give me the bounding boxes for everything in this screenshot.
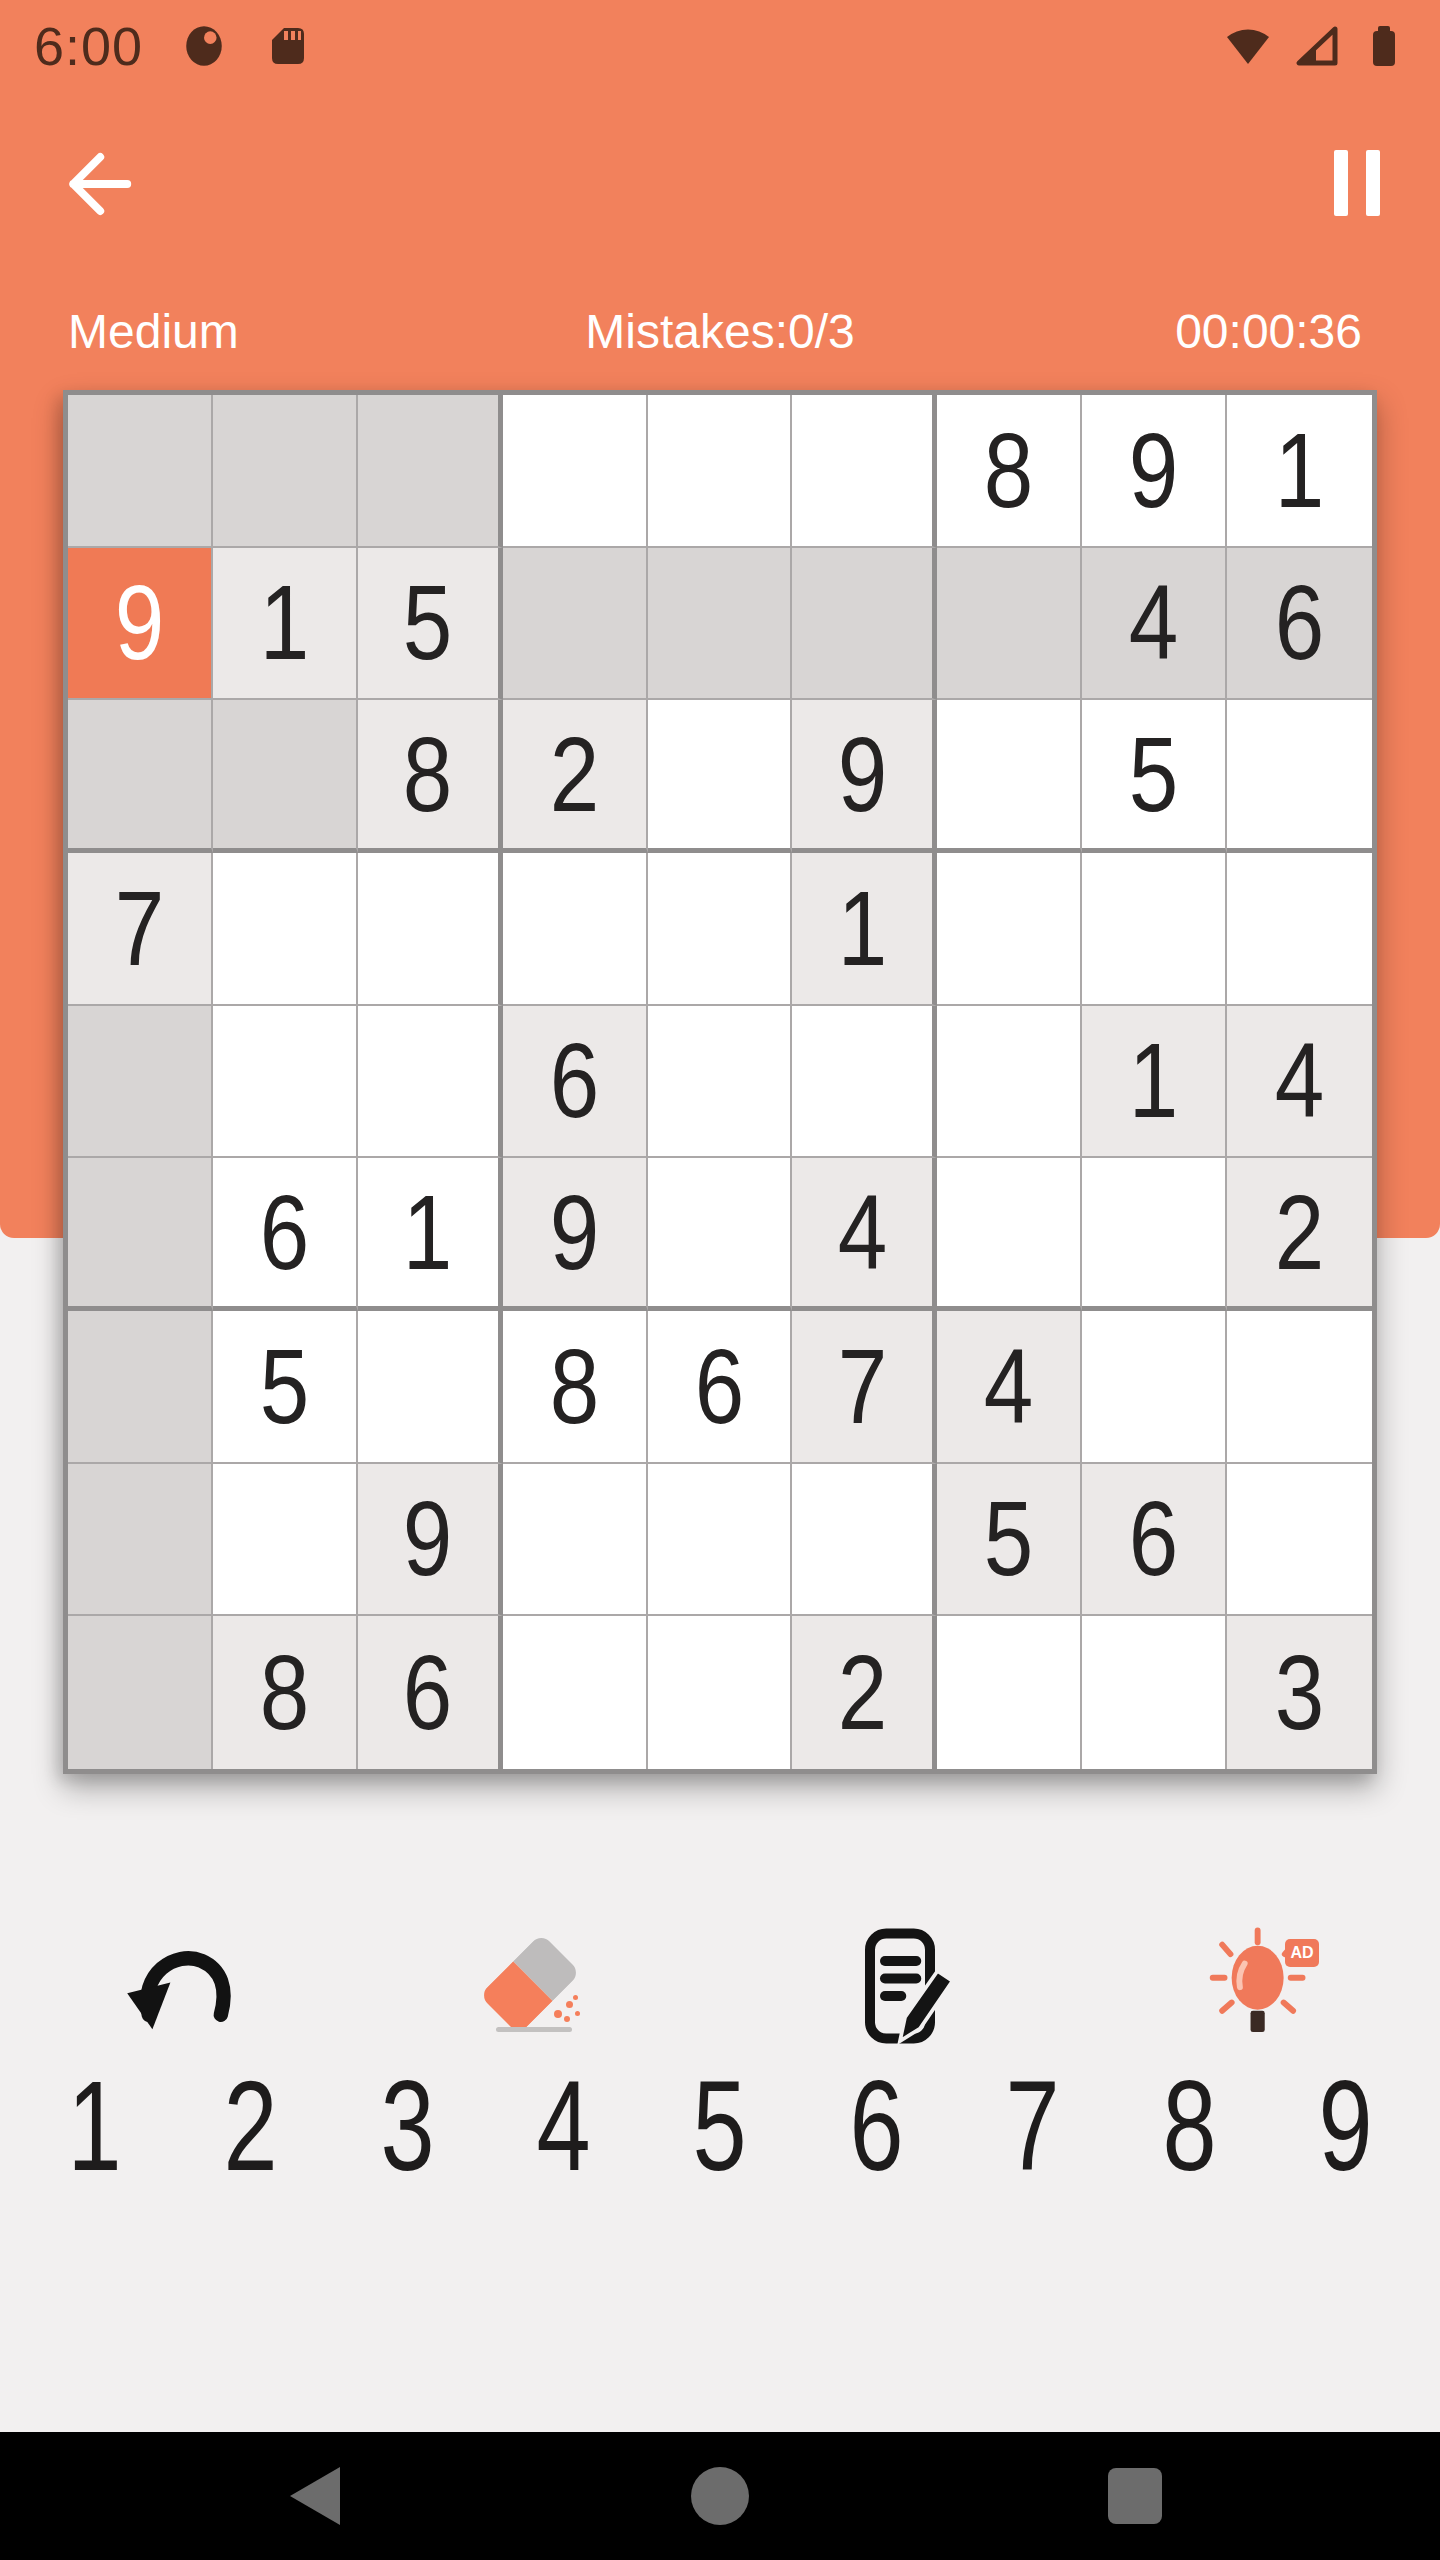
cell-r1c1[interactable] (68, 395, 213, 548)
cell-r3c2[interactable] (213, 700, 358, 853)
cell-r4c1[interactable]: 7 (68, 853, 213, 1006)
undo-icon (120, 1926, 240, 2046)
cell-r8c1[interactable] (68, 1464, 213, 1617)
cell-r3c9[interactable] (1227, 700, 1372, 853)
info-bar: Medium Mistakes:0/3 00:00:36 (0, 298, 1440, 362)
cell-r5c1[interactable] (68, 1006, 213, 1159)
wifi-icon (1224, 24, 1272, 68)
toolbar: AD (0, 1916, 1440, 2056)
cell-r1c7[interactable]: 8 (937, 395, 1082, 548)
cell-r9c4[interactable] (503, 1616, 648, 1769)
cell-r7c4[interactable]: 8 (503, 1311, 648, 1464)
cell-r2c3[interactable]: 5 (358, 548, 503, 701)
pause-button[interactable] (1334, 150, 1380, 216)
nav-home-icon[interactable] (691, 2467, 749, 2525)
sudoku-app-screen: 6:00 (0, 0, 1440, 2560)
eraser-icon (480, 1926, 600, 2046)
cell-r9c5[interactable] (648, 1616, 793, 1769)
cell-r6c4[interactable]: 9 (503, 1158, 648, 1311)
android-nav-bar (0, 2432, 1440, 2560)
cell-r4c9[interactable] (1227, 853, 1372, 1006)
cell-r2c5[interactable] (648, 548, 793, 701)
cell-r2c2[interactable]: 1 (213, 548, 358, 701)
notes-icon (840, 1926, 960, 2046)
cell-r6c3[interactable]: 1 (358, 1158, 503, 1311)
cell-r7c2[interactable]: 5 (213, 1311, 358, 1464)
cell-r1c5[interactable] (648, 395, 793, 548)
notification-circle-icon (181, 23, 227, 69)
cell-r2c6[interactable] (792, 548, 937, 701)
cell-r4c5[interactable] (648, 853, 793, 1006)
cell-r4c2[interactable] (213, 853, 358, 1006)
cell-r3c3[interactable]: 8 (358, 700, 503, 853)
cell-r7c5[interactable]: 6 (648, 1311, 793, 1464)
cell-r2c8[interactable]: 4 (1082, 548, 1227, 701)
cell-r6c2[interactable]: 6 (213, 1158, 358, 1311)
nav-recents-icon[interactable] (1108, 2468, 1162, 2524)
cell-r7c7[interactable]: 4 (937, 1311, 1082, 1464)
cell-r2c7[interactable] (937, 548, 1082, 701)
cell-r7c3[interactable] (358, 1311, 503, 1464)
numpad: 123456789 (0, 2040, 1440, 2210)
cell-r4c6[interactable]: 1 (792, 853, 937, 1006)
numpad-4[interactable]: 4 (485, 2040, 641, 2210)
cell-r3c4[interactable]: 2 (503, 700, 648, 853)
cell-r3c7[interactable] (937, 700, 1082, 853)
cell-r7c6[interactable]: 7 (792, 1311, 937, 1464)
cell-r9c9[interactable]: 3 (1227, 1616, 1372, 1769)
cell-r8c3[interactable]: 9 (358, 1464, 503, 1617)
cell-r3c5[interactable] (648, 700, 793, 853)
cell-r5c7[interactable] (937, 1006, 1082, 1159)
numpad-8[interactable]: 8 (1111, 2040, 1267, 2210)
cell-r2c9[interactable]: 6 (1227, 548, 1372, 701)
sd-card-icon (265, 23, 311, 69)
status-right-icons (1224, 22, 1406, 70)
cell-r5c3[interactable] (358, 1006, 503, 1159)
cell-r7c8[interactable] (1082, 1311, 1227, 1464)
status-bar: 6:00 (0, 0, 1440, 92)
back-arrow-icon[interactable] (62, 148, 134, 220)
numpad-9[interactable]: 9 (1268, 2040, 1424, 2210)
cell-r7c9[interactable] (1227, 1311, 1372, 1464)
cell-r6c7[interactable] (937, 1158, 1082, 1311)
cell-r5c5[interactable] (648, 1006, 793, 1159)
cell-r8c4[interactable] (503, 1464, 648, 1617)
hint-ad-badge: AD (1285, 1939, 1319, 1967)
cell-r6c8[interactable] (1082, 1158, 1227, 1311)
status-time: 6:00 (34, 15, 143, 77)
cell-r5c6[interactable] (792, 1006, 937, 1159)
cell-r6c5[interactable] (648, 1158, 793, 1311)
cell-r2c4[interactable] (503, 548, 648, 701)
cell-r4c7[interactable] (937, 853, 1082, 1006)
cell-r9c8[interactable] (1082, 1616, 1227, 1769)
cell-r1c2[interactable] (213, 395, 358, 548)
cell-r3c6[interactable]: 9 (792, 700, 937, 853)
cell-r4c4[interactable] (503, 853, 648, 1006)
cell-r1c6[interactable] (792, 395, 937, 548)
erase-button[interactable] (360, 1916, 720, 2056)
cell-r5c2[interactable] (213, 1006, 358, 1159)
cell-r8c5[interactable] (648, 1464, 793, 1617)
hint-button[interactable]: AD (1080, 1916, 1440, 2056)
numpad-3[interactable]: 3 (329, 2040, 485, 2210)
cell-signal-icon (1294, 24, 1340, 68)
cell-r5c8[interactable]: 1 (1082, 1006, 1227, 1159)
cell-r9c2[interactable]: 8 (213, 1616, 358, 1769)
nav-back-icon[interactable] (290, 2467, 340, 2525)
battery-icon (1362, 22, 1406, 70)
numpad-5[interactable]: 5 (642, 2040, 798, 2210)
cell-r9c3[interactable]: 6 (358, 1616, 503, 1769)
cell-r4c3[interactable] (358, 853, 503, 1006)
cell-r1c9[interactable]: 1 (1227, 395, 1372, 548)
cell-r9c6[interactable]: 2 (792, 1616, 937, 1769)
cell-r3c1[interactable] (68, 700, 213, 853)
cell-r8c7[interactable]: 5 (937, 1464, 1082, 1617)
cell-r8c6[interactable] (792, 1464, 937, 1617)
cell-r4c8[interactable] (1082, 853, 1227, 1006)
numpad-6[interactable]: 6 (798, 2040, 954, 2210)
cell-r6c1[interactable] (68, 1158, 213, 1311)
numpad-7[interactable]: 7 (955, 2040, 1111, 2210)
cell-r7c1[interactable] (68, 1311, 213, 1464)
sudoku-board: 8919154682957161461942586749568623 (63, 390, 1377, 1774)
cell-r8c8[interactable]: 6 (1082, 1464, 1227, 1617)
cell-r5c9[interactable]: 4 (1227, 1006, 1372, 1159)
game-timer: 00:00:36 (1175, 304, 1362, 359)
cell-r1c4[interactable] (503, 395, 648, 548)
cell-r5c4[interactable]: 6 (503, 1006, 648, 1159)
hint-lightbulb-icon: AD (1195, 1921, 1325, 2051)
notes-button[interactable] (720, 1916, 1080, 2056)
cell-r9c1[interactable] (68, 1616, 213, 1769)
cell-r8c9[interactable] (1227, 1464, 1372, 1617)
numpad-1[interactable]: 1 (16, 2040, 172, 2210)
cell-r9c7[interactable] (937, 1616, 1082, 1769)
cell-r3c8[interactable]: 5 (1082, 700, 1227, 853)
top-bar (0, 140, 1440, 230)
cell-r1c8[interactable]: 9 (1082, 395, 1227, 548)
cell-r1c3[interactable] (358, 395, 503, 548)
cell-r6c9[interactable]: 2 (1227, 1158, 1372, 1311)
cell-r6c6[interactable]: 4 (792, 1158, 937, 1311)
undo-button[interactable] (0, 1916, 360, 2056)
numpad-2[interactable]: 2 (172, 2040, 328, 2210)
cell-r2c1[interactable]: 9 (68, 548, 213, 701)
cell-r8c2[interactable] (213, 1464, 358, 1617)
